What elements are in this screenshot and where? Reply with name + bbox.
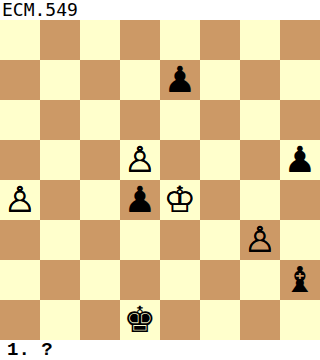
piece-white-pawn: ♙ bbox=[124, 140, 156, 180]
square-e1[interactable] bbox=[160, 300, 200, 340]
square-h3[interactable] bbox=[280, 220, 320, 260]
piece-white-pawn: ♙ bbox=[4, 180, 36, 220]
square-g8[interactable] bbox=[240, 20, 280, 60]
square-c7[interactable] bbox=[80, 60, 120, 100]
square-h1[interactable] bbox=[280, 300, 320, 340]
square-c5[interactable] bbox=[80, 140, 120, 180]
diagram-footer: 1. ? bbox=[0, 340, 320, 360]
square-d3[interactable] bbox=[120, 220, 160, 260]
square-b8[interactable] bbox=[40, 20, 80, 60]
square-b6[interactable] bbox=[40, 100, 80, 140]
square-f2[interactable] bbox=[200, 260, 240, 300]
square-f6[interactable] bbox=[200, 100, 240, 140]
square-d8[interactable] bbox=[120, 20, 160, 60]
piece-black-pawn: ♟ bbox=[124, 180, 156, 220]
square-b3[interactable] bbox=[40, 220, 80, 260]
square-f7[interactable] bbox=[200, 60, 240, 100]
square-d5[interactable]: ♙ bbox=[120, 140, 160, 180]
square-b1[interactable] bbox=[40, 300, 80, 340]
square-c4[interactable] bbox=[80, 180, 120, 220]
square-e5[interactable] bbox=[160, 140, 200, 180]
square-d6[interactable] bbox=[120, 100, 160, 140]
square-f4[interactable] bbox=[200, 180, 240, 220]
square-a2[interactable] bbox=[0, 260, 40, 300]
square-a7[interactable] bbox=[0, 60, 40, 100]
square-g7[interactable] bbox=[240, 60, 280, 100]
square-d4[interactable]: ♟ bbox=[120, 180, 160, 220]
square-h2[interactable]: ♝ bbox=[280, 260, 320, 300]
square-d1[interactable]: ♚ bbox=[120, 300, 160, 340]
square-e4[interactable]: ♔ bbox=[160, 180, 200, 220]
move-prompt: 1. ? bbox=[0, 340, 53, 360]
square-a6[interactable] bbox=[0, 100, 40, 140]
square-c1[interactable] bbox=[80, 300, 120, 340]
square-e6[interactable] bbox=[160, 100, 200, 140]
square-b7[interactable] bbox=[40, 60, 80, 100]
diagram-header: ECM.549 bbox=[0, 0, 320, 20]
square-c6[interactable] bbox=[80, 100, 120, 140]
square-e8[interactable] bbox=[160, 20, 200, 60]
square-f5[interactable] bbox=[200, 140, 240, 180]
square-h8[interactable] bbox=[280, 20, 320, 60]
square-d2[interactable] bbox=[120, 260, 160, 300]
square-a3[interactable] bbox=[0, 220, 40, 260]
square-g5[interactable] bbox=[240, 140, 280, 180]
square-a4[interactable]: ♙ bbox=[0, 180, 40, 220]
square-a8[interactable] bbox=[0, 20, 40, 60]
square-h6[interactable] bbox=[280, 100, 320, 140]
square-b4[interactable] bbox=[40, 180, 80, 220]
diagram-title: ECM.549 bbox=[0, 0, 78, 20]
square-e3[interactable] bbox=[160, 220, 200, 260]
piece-black-king: ♚ bbox=[124, 300, 156, 340]
square-b2[interactable] bbox=[40, 260, 80, 300]
chess-board: ♟♙♟♙♟♔♙♝♚ bbox=[0, 20, 320, 340]
square-e2[interactable] bbox=[160, 260, 200, 300]
square-f8[interactable] bbox=[200, 20, 240, 60]
piece-black-pawn: ♟ bbox=[284, 140, 316, 180]
square-f3[interactable] bbox=[200, 220, 240, 260]
square-a1[interactable] bbox=[0, 300, 40, 340]
square-g1[interactable] bbox=[240, 300, 280, 340]
square-c2[interactable] bbox=[80, 260, 120, 300]
square-g2[interactable] bbox=[240, 260, 280, 300]
square-b5[interactable] bbox=[40, 140, 80, 180]
piece-white-king: ♔ bbox=[164, 180, 196, 220]
square-g4[interactable] bbox=[240, 180, 280, 220]
piece-black-pawn: ♟ bbox=[164, 60, 196, 100]
square-e7[interactable]: ♟ bbox=[160, 60, 200, 100]
piece-white-pawn: ♙ bbox=[244, 220, 276, 260]
square-a5[interactable] bbox=[0, 140, 40, 180]
square-c3[interactable] bbox=[80, 220, 120, 260]
piece-black-bishop: ♝ bbox=[284, 260, 316, 300]
square-h5[interactable]: ♟ bbox=[280, 140, 320, 180]
square-h4[interactable] bbox=[280, 180, 320, 220]
square-g6[interactable] bbox=[240, 100, 280, 140]
square-c8[interactable] bbox=[80, 20, 120, 60]
square-h7[interactable] bbox=[280, 60, 320, 100]
square-f1[interactable] bbox=[200, 300, 240, 340]
square-g3[interactable]: ♙ bbox=[240, 220, 280, 260]
chess-diagram-window: ECM.549 ♟♙♟♙♟♔♙♝♚ 1. ? bbox=[0, 0, 320, 360]
square-d7[interactable] bbox=[120, 60, 160, 100]
